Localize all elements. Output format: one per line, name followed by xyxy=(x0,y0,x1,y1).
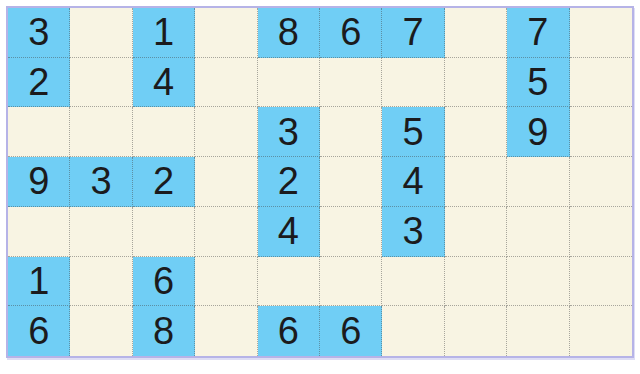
cell-r6c4[interactable] xyxy=(195,257,257,307)
cell-r1c6[interactable]: 6 xyxy=(320,8,382,58)
cell-r7c4[interactable] xyxy=(195,306,257,356)
cell-r1c7[interactable]: 7 xyxy=(382,8,444,58)
cell-r1c8[interactable] xyxy=(445,8,507,58)
cell-r5c3[interactable] xyxy=(133,207,195,257)
cell-r7c5[interactable]: 6 xyxy=(258,306,320,356)
cell-r6c5[interactable] xyxy=(258,257,320,307)
cell-r5c9[interactable] xyxy=(507,207,569,257)
cell-r5c1[interactable] xyxy=(8,207,70,257)
cell-r5c5[interactable]: 4 xyxy=(258,207,320,257)
cell-r2c5[interactable] xyxy=(258,58,320,108)
cell-r7c9[interactable] xyxy=(507,306,569,356)
cell-r3c5[interactable]: 3 xyxy=(258,107,320,157)
cell-r5c7[interactable]: 3 xyxy=(382,207,444,257)
cell-r4c9[interactable] xyxy=(507,157,569,207)
cell-r4c3[interactable]: 2 xyxy=(133,157,195,207)
cell-r4c4[interactable] xyxy=(195,157,257,207)
cell-r7c8[interactable] xyxy=(445,306,507,356)
cell-r3c3[interactable] xyxy=(133,107,195,157)
cell-r1c10[interactable] xyxy=(570,8,632,58)
puzzle-grid: 3186772453599322443166866 xyxy=(8,8,632,356)
cell-r2c6[interactable] xyxy=(320,58,382,108)
cell-r6c2[interactable] xyxy=(70,257,132,307)
cell-r5c4[interactable] xyxy=(195,207,257,257)
cell-r6c9[interactable] xyxy=(507,257,569,307)
cell-r7c3[interactable]: 8 xyxy=(133,306,195,356)
cell-r2c4[interactable] xyxy=(195,58,257,108)
cell-r3c2[interactable] xyxy=(70,107,132,157)
cell-r5c2[interactable] xyxy=(70,207,132,257)
cell-r4c5[interactable]: 2 xyxy=(258,157,320,207)
cell-r3c1[interactable] xyxy=(8,107,70,157)
cell-r3c4[interactable] xyxy=(195,107,257,157)
cell-r1c1[interactable]: 3 xyxy=(8,8,70,58)
cell-r6c1[interactable]: 1 xyxy=(8,257,70,307)
cell-r7c6[interactable]: 6 xyxy=(320,306,382,356)
cell-r6c3[interactable]: 6 xyxy=(133,257,195,307)
cell-r2c10[interactable] xyxy=(570,58,632,108)
cell-r3c6[interactable] xyxy=(320,107,382,157)
cell-r4c6[interactable] xyxy=(320,157,382,207)
cell-r3c7[interactable]: 5 xyxy=(382,107,444,157)
cell-r1c5[interactable]: 8 xyxy=(258,8,320,58)
cell-r7c10[interactable] xyxy=(570,306,632,356)
cell-r2c1[interactable]: 2 xyxy=(8,58,70,108)
cell-r7c2[interactable] xyxy=(70,306,132,356)
cell-r4c10[interactable] xyxy=(570,157,632,207)
cell-r2c2[interactable] xyxy=(70,58,132,108)
cell-r7c7[interactable] xyxy=(382,306,444,356)
cell-r1c2[interactable] xyxy=(70,8,132,58)
cell-r6c10[interactable] xyxy=(570,257,632,307)
cell-r1c4[interactable] xyxy=(195,8,257,58)
cell-r5c8[interactable] xyxy=(445,207,507,257)
cell-r7c1[interactable]: 6 xyxy=(8,306,70,356)
cell-r4c7[interactable]: 4 xyxy=(382,157,444,207)
cell-r2c3[interactable]: 4 xyxy=(133,58,195,108)
cell-r3c8[interactable] xyxy=(445,107,507,157)
cell-r1c3[interactable]: 1 xyxy=(133,8,195,58)
cell-r2c7[interactable] xyxy=(382,58,444,108)
cell-r2c8[interactable] xyxy=(445,58,507,108)
cell-r4c2[interactable]: 3 xyxy=(70,157,132,207)
cell-r4c8[interactable] xyxy=(445,157,507,207)
cell-r5c10[interactable] xyxy=(570,207,632,257)
cell-r6c8[interactable] xyxy=(445,257,507,307)
cell-r2c9[interactable]: 5 xyxy=(507,58,569,108)
cell-r3c9[interactable]: 9 xyxy=(507,107,569,157)
cell-r1c9[interactable]: 7 xyxy=(507,8,569,58)
cell-r3c10[interactable] xyxy=(570,107,632,157)
cell-r6c6[interactable] xyxy=(320,257,382,307)
cell-r6c7[interactable] xyxy=(382,257,444,307)
cell-r4c1[interactable]: 9 xyxy=(8,157,70,207)
cell-r5c6[interactable] xyxy=(320,207,382,257)
puzzle-board: 3186772453599322443166866 xyxy=(6,6,634,358)
